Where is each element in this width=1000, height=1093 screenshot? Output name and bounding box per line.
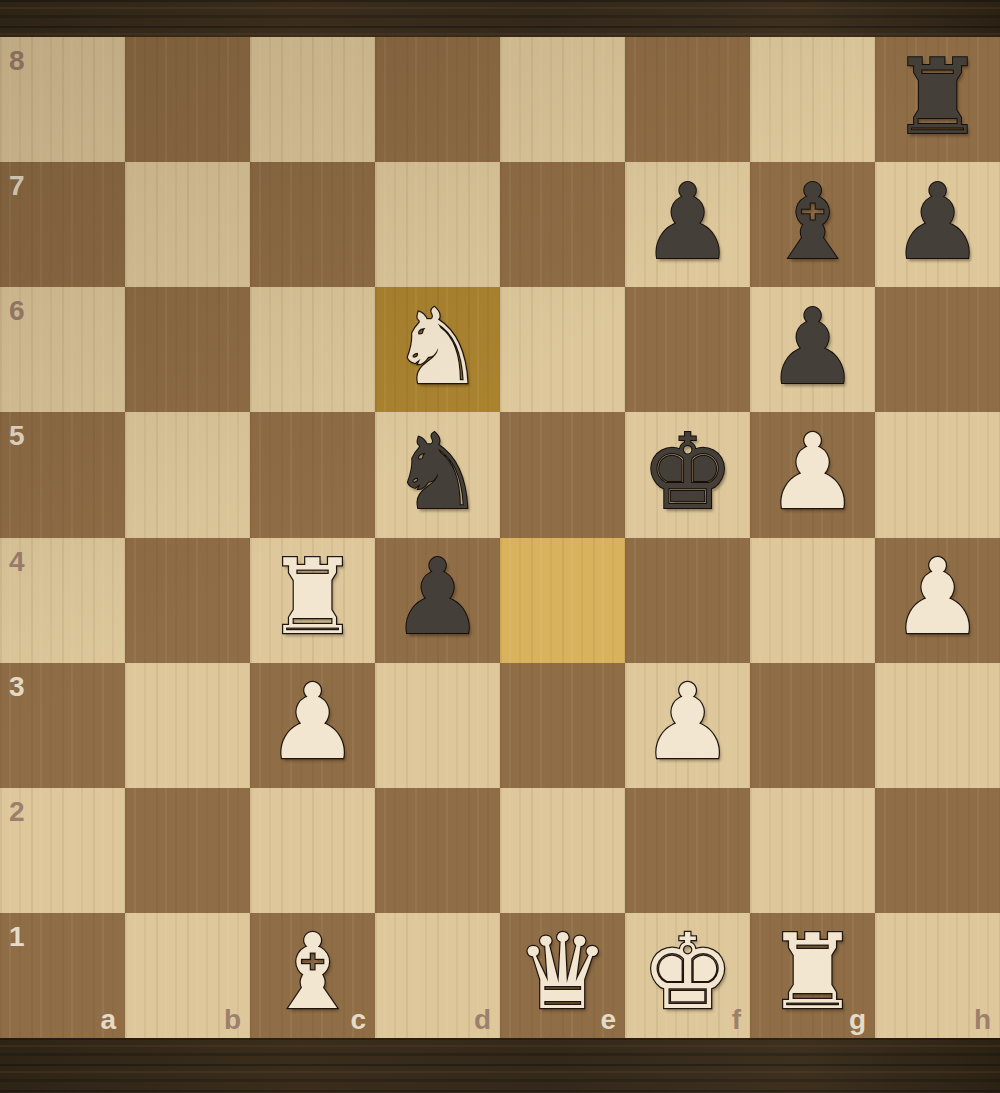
square-h4[interactable]: ♟ [875, 538, 1000, 663]
square-h7[interactable]: ♟ [875, 162, 1000, 287]
square-e8[interactable] [500, 37, 625, 162]
black-knight-d5[interactable]: ♞ [391, 420, 484, 524]
square-f6[interactable] [625, 287, 750, 412]
white-pawn-c3[interactable]: ♟ [266, 670, 359, 774]
white-queen-e1[interactable]: ♛ [516, 920, 609, 1024]
black-king-f5[interactable]: ♚ [641, 420, 734, 524]
square-a7[interactable]: 7 [0, 162, 125, 287]
square-c3[interactable]: ♟ [250, 663, 375, 788]
file-label-b: b [224, 1004, 241, 1036]
square-d6[interactable]: ♞ [375, 287, 500, 412]
square-d7[interactable] [375, 162, 500, 287]
white-king-f1[interactable]: ♚ [641, 920, 734, 1024]
square-e6[interactable] [500, 287, 625, 412]
square-c4[interactable]: ♜ [250, 538, 375, 663]
square-c2[interactable] [250, 788, 375, 913]
square-g4[interactable] [750, 538, 875, 663]
square-g1[interactable]: g♜ [750, 913, 875, 1038]
square-h5[interactable] [875, 412, 1000, 537]
rank-label-7: 7 [9, 170, 25, 202]
white-rook-c4[interactable]: ♜ [266, 545, 359, 649]
black-pawn-f7[interactable]: ♟ [641, 170, 734, 274]
rank-label-6: 6 [9, 295, 25, 327]
square-d8[interactable] [375, 37, 500, 162]
square-h8[interactable]: ♜ [875, 37, 1000, 162]
square-d3[interactable] [375, 663, 500, 788]
square-g7[interactable]: ♝ [750, 162, 875, 287]
white-pawn-g5[interactable]: ♟ [766, 420, 859, 524]
square-d2[interactable] [375, 788, 500, 913]
chess-board: 8♜7♟♝♟6♞♟5♞♚♟4♜♟♟3♟♟21abc♝de♛f♚g♜h [0, 37, 1000, 1038]
square-a4[interactable]: 4 [0, 538, 125, 663]
square-e5[interactable] [500, 412, 625, 537]
square-e1[interactable]: e♛ [500, 913, 625, 1038]
black-bishop-g7[interactable]: ♝ [766, 170, 859, 274]
square-d1[interactable]: d [375, 913, 500, 1038]
white-knight-d6[interactable]: ♞ [391, 295, 484, 399]
square-b3[interactable] [125, 663, 250, 788]
square-b4[interactable] [125, 538, 250, 663]
square-g2[interactable] [750, 788, 875, 913]
square-f5[interactable]: ♚ [625, 412, 750, 537]
white-bishop-c1[interactable]: ♝ [266, 920, 359, 1024]
square-f3[interactable]: ♟ [625, 663, 750, 788]
square-g8[interactable] [750, 37, 875, 162]
square-h3[interactable] [875, 663, 1000, 788]
square-a3[interactable]: 3 [0, 663, 125, 788]
board-frame-bottom [0, 1038, 1000, 1093]
square-g5[interactable]: ♟ [750, 412, 875, 537]
black-pawn-d4[interactable]: ♟ [391, 545, 484, 649]
white-rook-g1[interactable]: ♜ [766, 920, 859, 1024]
square-f1[interactable]: f♚ [625, 913, 750, 1038]
square-b2[interactable] [125, 788, 250, 913]
board-frame-top [0, 0, 1000, 37]
square-f7[interactable]: ♟ [625, 162, 750, 287]
square-g6[interactable]: ♟ [750, 287, 875, 412]
square-b8[interactable] [125, 37, 250, 162]
rank-label-4: 4 [9, 546, 25, 578]
rank-label-1: 1 [9, 921, 25, 953]
black-pawn-g6[interactable]: ♟ [766, 295, 859, 399]
rank-label-2: 2 [9, 796, 25, 828]
square-d5[interactable]: ♞ [375, 412, 500, 537]
square-f8[interactable] [625, 37, 750, 162]
square-h2[interactable] [875, 788, 1000, 913]
black-rook-h8[interactable]: ♜ [891, 45, 984, 149]
square-e4[interactable] [500, 538, 625, 663]
square-b7[interactable] [125, 162, 250, 287]
square-a2[interactable]: 2 [0, 788, 125, 913]
square-a1[interactable]: 1a [0, 913, 125, 1038]
file-label-a: a [100, 1004, 116, 1036]
rank-label-5: 5 [9, 420, 25, 452]
square-f4[interactable] [625, 538, 750, 663]
square-e7[interactable] [500, 162, 625, 287]
rank-label-3: 3 [9, 671, 25, 703]
square-c5[interactable] [250, 412, 375, 537]
square-b5[interactable] [125, 412, 250, 537]
file-label-d: d [474, 1004, 491, 1036]
square-d4[interactable]: ♟ [375, 538, 500, 663]
white-pawn-h4[interactable]: ♟ [891, 545, 984, 649]
white-pawn-f3[interactable]: ♟ [641, 670, 734, 774]
chess-app-window: 8♜7♟♝♟6♞♟5♞♚♟4♜♟♟3♟♟21abc♝de♛f♚g♜h [0, 0, 1000, 1093]
square-a5[interactable]: 5 [0, 412, 125, 537]
square-g3[interactable] [750, 663, 875, 788]
file-label-h: h [974, 1004, 991, 1036]
square-c7[interactable] [250, 162, 375, 287]
square-c6[interactable] [250, 287, 375, 412]
square-h6[interactable] [875, 287, 1000, 412]
square-b6[interactable] [125, 287, 250, 412]
square-a6[interactable]: 6 [0, 287, 125, 412]
square-f2[interactable] [625, 788, 750, 913]
square-h1[interactable]: h [875, 913, 1000, 1038]
square-e3[interactable] [500, 663, 625, 788]
square-c1[interactable]: c♝ [250, 913, 375, 1038]
black-pawn-h7[interactable]: ♟ [891, 170, 984, 274]
square-c8[interactable] [250, 37, 375, 162]
square-e2[interactable] [500, 788, 625, 913]
rank-label-8: 8 [9, 45, 25, 77]
square-b1[interactable]: b [125, 913, 250, 1038]
square-a8[interactable]: 8 [0, 37, 125, 162]
